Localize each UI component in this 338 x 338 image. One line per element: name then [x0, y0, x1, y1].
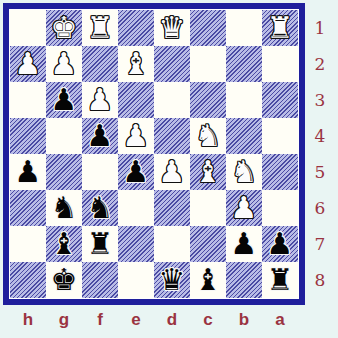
- square-c8[interactable]: ♝: [190, 262, 226, 298]
- chess-board: ♚♜♛♜♟♟♝♟♟♟♟♞♟♟♟♝♞♞♞♟♝♜♟♟♚♛♝♜: [10, 10, 298, 298]
- white-pawn-piece: ♟: [123, 118, 150, 154]
- rank-label-2: 2: [306, 46, 334, 82]
- square-b7[interactable]: ♟: [226, 226, 262, 262]
- black-queen-piece: ♛: [159, 262, 186, 298]
- file-label-d: d: [154, 306, 190, 334]
- square-h7[interactable]: [10, 226, 46, 262]
- square-f6[interactable]: ♞: [82, 190, 118, 226]
- square-g8[interactable]: ♚: [46, 262, 82, 298]
- black-bishop-piece: ♝: [51, 226, 78, 262]
- square-d3[interactable]: [154, 82, 190, 118]
- square-a1[interactable]: ♜: [262, 10, 298, 46]
- square-e3[interactable]: [118, 82, 154, 118]
- white-pawn-piece: ♟: [231, 190, 258, 226]
- square-f7[interactable]: ♜: [82, 226, 118, 262]
- rank-labels: 12345678: [306, 10, 334, 298]
- square-d4[interactable]: [154, 118, 190, 154]
- white-bishop-piece: ♝: [195, 154, 222, 190]
- black-rook-piece: ♜: [267, 262, 294, 298]
- rank-label-8: 8: [306, 262, 334, 298]
- black-rook-piece: ♜: [87, 226, 114, 262]
- square-h1[interactable]: [10, 10, 46, 46]
- white-pawn-piece: ♟: [159, 154, 186, 190]
- square-c6[interactable]: [190, 190, 226, 226]
- square-e2[interactable]: ♝: [118, 46, 154, 82]
- square-h6[interactable]: [10, 190, 46, 226]
- white-pawn-piece: ♟: [15, 46, 42, 82]
- black-pawn-piece: ♟: [51, 82, 78, 118]
- square-e6[interactable]: [118, 190, 154, 226]
- square-g3[interactable]: ♟: [46, 82, 82, 118]
- square-f5[interactable]: [82, 154, 118, 190]
- rank-label-5: 5: [306, 154, 334, 190]
- black-pawn-piece: ♟: [87, 118, 114, 154]
- file-label-f: f: [82, 306, 118, 334]
- square-e5[interactable]: ♟: [118, 154, 154, 190]
- square-h2[interactable]: ♟: [10, 46, 46, 82]
- square-a7[interactable]: ♟: [262, 226, 298, 262]
- square-g2[interactable]: ♟: [46, 46, 82, 82]
- square-f8[interactable]: [82, 262, 118, 298]
- square-h8[interactable]: [10, 262, 46, 298]
- square-b3[interactable]: [226, 82, 262, 118]
- file-labels: hgfedcba: [10, 306, 298, 334]
- rank-label-3: 3: [306, 82, 334, 118]
- square-b2[interactable]: [226, 46, 262, 82]
- white-knight-piece: ♞: [195, 118, 222, 154]
- square-c2[interactable]: [190, 46, 226, 82]
- black-bishop-piece: ♝: [195, 262, 222, 298]
- white-bishop-piece: ♝: [123, 46, 150, 82]
- square-h4[interactable]: [10, 118, 46, 154]
- rank-label-7: 7: [306, 226, 334, 262]
- square-a4[interactable]: [262, 118, 298, 154]
- square-d6[interactable]: [154, 190, 190, 226]
- square-d2[interactable]: [154, 46, 190, 82]
- black-pawn-piece: ♟: [15, 154, 42, 190]
- white-king-piece: ♚: [51, 10, 78, 46]
- file-label-a: a: [262, 306, 298, 334]
- black-pawn-piece: ♟: [123, 154, 150, 190]
- rank-label-4: 4: [306, 118, 334, 154]
- square-h5[interactable]: ♟: [10, 154, 46, 190]
- file-label-h: h: [10, 306, 46, 334]
- square-f3[interactable]: ♟: [82, 82, 118, 118]
- white-queen-piece: ♛: [159, 10, 186, 46]
- square-d5[interactable]: ♟: [154, 154, 190, 190]
- square-e7[interactable]: [118, 226, 154, 262]
- file-label-g: g: [46, 306, 82, 334]
- square-a6[interactable]: [262, 190, 298, 226]
- square-b1[interactable]: [226, 10, 262, 46]
- chess-board-frame: ♚♜♛♜♟♟♝♟♟♟♟♞♟♟♟♝♞♞♞♟♝♜♟♟♚♛♝♜: [3, 3, 305, 305]
- square-f1[interactable]: ♜: [82, 10, 118, 46]
- rank-label-6: 6: [306, 190, 334, 226]
- square-c3[interactable]: [190, 82, 226, 118]
- black-pawn-piece: ♟: [267, 226, 294, 262]
- square-g1[interactable]: ♚: [46, 10, 82, 46]
- black-king-piece: ♚: [51, 262, 78, 298]
- square-a5[interactable]: [262, 154, 298, 190]
- square-e4[interactable]: ♟: [118, 118, 154, 154]
- square-c7[interactable]: [190, 226, 226, 262]
- square-a8[interactable]: ♜: [262, 262, 298, 298]
- black-pawn-piece: ♟: [231, 226, 258, 262]
- white-pawn-piece: ♟: [51, 46, 78, 82]
- black-knight-piece: ♞: [87, 190, 114, 226]
- square-e1[interactable]: [118, 10, 154, 46]
- white-knight-piece: ♞: [231, 154, 258, 190]
- file-label-e: e: [118, 306, 154, 334]
- square-g6[interactable]: ♞: [46, 190, 82, 226]
- square-d1[interactable]: ♛: [154, 10, 190, 46]
- square-f2[interactable]: [82, 46, 118, 82]
- square-b8[interactable]: [226, 262, 262, 298]
- square-f4[interactable]: ♟: [82, 118, 118, 154]
- square-c4[interactable]: ♞: [190, 118, 226, 154]
- square-b4[interactable]: [226, 118, 262, 154]
- square-a2[interactable]: [262, 46, 298, 82]
- square-d7[interactable]: [154, 226, 190, 262]
- square-h3[interactable]: [10, 82, 46, 118]
- file-label-b: b: [226, 306, 262, 334]
- white-rook-piece: ♜: [87, 10, 114, 46]
- square-g4[interactable]: [46, 118, 82, 154]
- white-rook-piece: ♜: [267, 10, 294, 46]
- square-d8[interactable]: ♛: [154, 262, 190, 298]
- rank-label-1: 1: [306, 10, 334, 46]
- black-knight-piece: ♞: [51, 190, 78, 226]
- square-g5[interactable]: [46, 154, 82, 190]
- square-c1[interactable]: [190, 10, 226, 46]
- square-g7[interactable]: ♝: [46, 226, 82, 262]
- square-b6[interactable]: ♟: [226, 190, 262, 226]
- square-e8[interactable]: [118, 262, 154, 298]
- square-a3[interactable]: [262, 82, 298, 118]
- square-b5[interactable]: ♞: [226, 154, 262, 190]
- white-pawn-piece: ♟: [87, 82, 114, 118]
- file-label-c: c: [190, 306, 226, 334]
- square-c5[interactable]: ♝: [190, 154, 226, 190]
